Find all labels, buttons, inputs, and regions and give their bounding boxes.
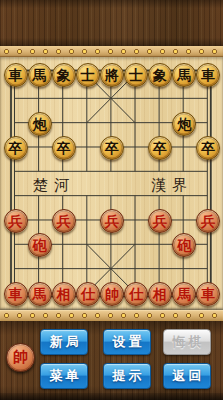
black-piece-炮-r2c7[interactable]: 炮 bbox=[172, 112, 196, 136]
black-piece-士-r0c3[interactable]: 士 bbox=[76, 63, 100, 87]
red-piece-砲-r7c1[interactable]: 砲 bbox=[28, 233, 52, 257]
undo-button[interactable]: 悔棋 bbox=[163, 329, 211, 355]
hint-button[interactable]: 提示 bbox=[103, 363, 151, 389]
black-piece-馬-r0c1[interactable]: 馬 bbox=[28, 63, 52, 87]
river-label-right: 漢界 bbox=[151, 176, 193, 195]
red-piece-仕-r9c5[interactable]: 仕 bbox=[124, 282, 148, 306]
black-piece-炮-r2c1[interactable]: 炮 bbox=[28, 112, 52, 136]
bottom-edge-shadow bbox=[0, 393, 223, 400]
black-piece-卒-r3c6[interactable]: 卒 bbox=[148, 136, 172, 160]
red-piece-仕-r9c3[interactable]: 仕 bbox=[76, 282, 100, 306]
back-button[interactable]: 返回 bbox=[163, 363, 211, 389]
settings-button[interactable]: 设置 bbox=[103, 329, 151, 355]
new-game-button[interactable]: 新局 bbox=[40, 329, 88, 355]
black-piece-象-r0c2[interactable]: 象 bbox=[52, 63, 76, 87]
river-label-left: 楚河 bbox=[33, 176, 75, 195]
red-piece-相-r9c2[interactable]: 相 bbox=[52, 282, 76, 306]
black-piece-士-r0c5[interactable]: 士 bbox=[124, 63, 148, 87]
top-wood-band bbox=[0, 0, 223, 46]
xiangqi-game-screen: 楚河 漢界 車馬象士將士象馬車炮炮卒卒卒卒卒兵兵兵兵兵砲砲車馬相仕帥仕相馬車 帥… bbox=[0, 0, 223, 400]
red-piece-兵-r6c4[interactable]: 兵 bbox=[100, 209, 124, 233]
black-piece-馬-r0c7[interactable]: 馬 bbox=[172, 63, 196, 87]
black-piece-卒-r3c4[interactable]: 卒 bbox=[100, 136, 124, 160]
red-piece-兵-r6c6[interactable]: 兵 bbox=[148, 209, 172, 233]
red-piece-兵-r6c2[interactable]: 兵 bbox=[52, 209, 76, 233]
red-piece-馬-r9c1[interactable]: 馬 bbox=[28, 282, 52, 306]
red-piece-兵-r6c0[interactable]: 兵 bbox=[4, 209, 28, 233]
black-piece-卒-r3c2[interactable]: 卒 bbox=[52, 136, 76, 160]
black-piece-卒-r3c0[interactable]: 卒 bbox=[4, 136, 28, 160]
top-stud-trim bbox=[0, 46, 223, 57]
red-piece-帥-r9c4[interactable]: 帥 bbox=[100, 282, 124, 306]
black-piece-車-r0c0[interactable]: 車 bbox=[4, 63, 28, 87]
menu-button[interactable]: 菜单 bbox=[40, 363, 88, 389]
red-piece-車-r9c0[interactable]: 車 bbox=[4, 282, 28, 306]
black-piece-將-r0c4[interactable]: 將 bbox=[100, 63, 124, 87]
red-piece-相-r9c6[interactable]: 相 bbox=[148, 282, 172, 306]
turn-indicator-red-general-piece: 帥 bbox=[6, 343, 35, 372]
red-piece-馬-r9c7[interactable]: 馬 bbox=[172, 282, 196, 306]
bottom-stud-trim bbox=[0, 310, 223, 321]
xiangqi-board[interactable]: 楚河 漢界 車馬象士將士象馬車炮炮卒卒卒卒卒兵兵兵兵兵砲砲車馬相仕帥仕相馬車 bbox=[0, 57, 223, 310]
black-piece-象-r0c6[interactable]: 象 bbox=[148, 63, 172, 87]
